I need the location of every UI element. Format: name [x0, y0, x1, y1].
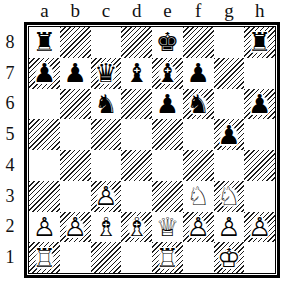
square-f3[interactable]: ♘ [183, 181, 214, 212]
square-a4[interactable] [29, 150, 60, 181]
black-bishop[interactable]: ♝ [124, 58, 149, 88]
square-e8[interactable]: ♚ [152, 27, 183, 58]
square-e3[interactable] [152, 181, 183, 212]
square-h2[interactable]: ♙ [244, 212, 275, 243]
white-knight[interactable]: ♘ [216, 181, 241, 211]
square-a7[interactable]: ♟ [29, 58, 60, 89]
square-b3[interactable] [60, 181, 91, 212]
rank-label-1: 1 [0, 247, 20, 268]
white-knight[interactable]: ♘ [185, 181, 210, 211]
square-a2[interactable]: ♙ [29, 212, 60, 243]
square-b2[interactable]: ♙ [60, 212, 91, 243]
white-bishop[interactable]: ♗ [93, 212, 118, 242]
square-g6[interactable] [214, 89, 245, 120]
square-g2[interactable]: ♙ [214, 212, 245, 243]
rank-label-5: 5 [0, 124, 20, 145]
white-pawn[interactable]: ♙ [93, 181, 118, 211]
black-pawn[interactable]: ♟ [216, 120, 241, 150]
white-pawn[interactable]: ♙ [216, 212, 241, 242]
square-a6[interactable] [29, 89, 60, 120]
white-rook[interactable]: ♖ [155, 243, 180, 273]
square-h3[interactable] [244, 181, 275, 212]
black-king[interactable]: ♚ [155, 27, 180, 57]
square-f1[interactable] [183, 242, 214, 273]
square-b8[interactable] [60, 27, 91, 58]
square-a8[interactable]: ♜ [29, 27, 60, 58]
black-pawn[interactable]: ♟ [155, 89, 180, 119]
black-pawn[interactable]: ♟ [247, 89, 272, 119]
square-d8[interactable] [121, 27, 152, 58]
square-e7[interactable]: ♝ [152, 58, 183, 89]
file-label-c: c [91, 0, 122, 22]
square-g7[interactable] [214, 58, 245, 89]
file-label-e: e [152, 0, 183, 22]
square-a5[interactable] [29, 119, 60, 150]
square-e5[interactable] [152, 119, 183, 150]
square-c6[interactable]: ♞ [91, 89, 122, 120]
file-label-d: d [121, 0, 152, 22]
file-label-b: b [60, 0, 91, 22]
black-rook[interactable]: ♜ [247, 27, 272, 57]
chess-board: ♜♚♜♟♟♛♝♝♟♞♟♞♟♟♙♘♘♙♙♗♗♕♙♙♙♖♖♔ [24, 22, 280, 278]
square-f2[interactable]: ♙ [183, 212, 214, 243]
square-g8[interactable] [214, 27, 245, 58]
square-e4[interactable] [152, 150, 183, 181]
square-d1[interactable] [121, 242, 152, 273]
white-pawn[interactable]: ♙ [185, 212, 210, 242]
square-d5[interactable] [121, 119, 152, 150]
square-b1[interactable] [60, 242, 91, 273]
black-pawn[interactable]: ♟ [185, 58, 210, 88]
square-b6[interactable] [60, 89, 91, 120]
square-c3[interactable]: ♙ [91, 181, 122, 212]
board-grid: ♜♚♜♟♟♛♝♝♟♞♟♞♟♟♙♘♘♙♙♗♗♕♙♙♙♖♖♔ [29, 27, 275, 273]
file-label-h: h [244, 0, 275, 22]
square-b5[interactable] [60, 119, 91, 150]
square-e6[interactable]: ♟ [152, 89, 183, 120]
square-f7[interactable]: ♟ [183, 58, 214, 89]
file-label-f: f [183, 0, 214, 22]
square-c2[interactable]: ♗ [91, 212, 122, 243]
black-queen[interactable]: ♛ [93, 58, 118, 88]
board-inner-frame: ♜♚♜♟♟♛♝♝♟♞♟♞♟♟♙♘♘♙♙♗♗♕♙♙♙♖♖♔ [28, 26, 276, 274]
rank-label-4: 4 [0, 155, 20, 176]
square-f6[interactable]: ♞ [183, 89, 214, 120]
square-b7[interactable]: ♟ [60, 58, 91, 89]
square-d3[interactable] [121, 181, 152, 212]
white-pawn[interactable]: ♙ [62, 212, 87, 242]
white-bishop[interactable]: ♗ [124, 212, 149, 242]
chess-diagram: abcdefgh 87654321 ♜♚♜♟♟♛♝♝♟♞♟♞♟♟♙♘♘♙♙♗♗♕… [0, 0, 284, 283]
square-h5[interactable] [244, 119, 275, 150]
rank-labels: 87654321 [0, 27, 20, 273]
square-c1[interactable] [91, 242, 122, 273]
square-d6[interactable] [121, 89, 152, 120]
rank-label-3: 3 [0, 186, 20, 207]
square-h1[interactable] [244, 242, 275, 273]
white-rook[interactable]: ♖ [32, 243, 57, 273]
square-d4[interactable] [121, 150, 152, 181]
black-bishop[interactable]: ♝ [155, 58, 180, 88]
square-g3[interactable]: ♘ [214, 181, 245, 212]
white-queen[interactable]: ♕ [155, 212, 180, 242]
black-pawn[interactable]: ♟ [32, 58, 57, 88]
black-knight[interactable]: ♞ [93, 89, 118, 119]
square-g5[interactable]: ♟ [214, 119, 245, 150]
rank-label-8: 8 [0, 32, 20, 53]
square-g4[interactable] [214, 150, 245, 181]
square-h7[interactable] [244, 58, 275, 89]
file-labels: abcdefgh [29, 0, 275, 21]
white-pawn[interactable]: ♙ [247, 212, 272, 242]
rank-label-6: 6 [0, 93, 20, 114]
square-f8[interactable] [183, 27, 214, 58]
file-label-g: g [214, 0, 245, 22]
black-rook[interactable]: ♜ [32, 27, 57, 57]
square-h4[interactable] [244, 150, 275, 181]
white-king[interactable]: ♔ [216, 243, 241, 273]
square-b4[interactable] [60, 150, 91, 181]
black-pawn[interactable]: ♟ [62, 58, 87, 88]
square-e1[interactable]: ♖ [152, 242, 183, 273]
square-a1[interactable]: ♖ [29, 242, 60, 273]
square-f4[interactable] [183, 150, 214, 181]
white-pawn[interactable]: ♙ [32, 212, 57, 242]
square-e2[interactable]: ♕ [152, 212, 183, 243]
square-f5[interactable] [183, 119, 214, 150]
square-h6[interactable]: ♟ [244, 89, 275, 120]
rank-label-2: 2 [0, 216, 20, 237]
square-h8[interactable]: ♜ [244, 27, 275, 58]
square-c5[interactable] [91, 119, 122, 150]
square-d7[interactable]: ♝ [121, 58, 152, 89]
rank-label-7: 7 [0, 63, 20, 84]
file-label-a: a [29, 0, 60, 22]
black-knight[interactable]: ♞ [185, 89, 210, 119]
square-g1[interactable]: ♔ [214, 242, 245, 273]
square-c8[interactable] [91, 27, 122, 58]
square-d2[interactable]: ♗ [121, 212, 152, 243]
square-c7[interactable]: ♛ [91, 58, 122, 89]
square-c4[interactable] [91, 150, 122, 181]
square-a3[interactable] [29, 181, 60, 212]
